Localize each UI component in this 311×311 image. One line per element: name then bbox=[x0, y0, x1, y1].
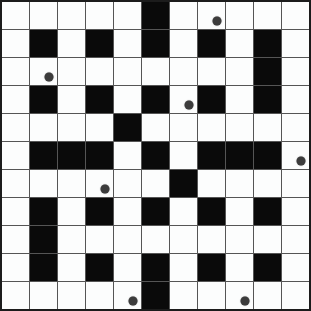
cell-r3c1[interactable] bbox=[2, 58, 29, 85]
cell-r2c3[interactable] bbox=[58, 30, 85, 57]
cell-r4c10 bbox=[254, 86, 281, 113]
cell-r4c8 bbox=[198, 86, 225, 113]
cell-r8c3[interactable] bbox=[58, 198, 85, 225]
cell-r2c4 bbox=[86, 30, 113, 57]
cell-r1c8[interactable] bbox=[198, 2, 225, 29]
cell-r1c2[interactable] bbox=[30, 2, 57, 29]
cell-r6c4 bbox=[86, 142, 113, 169]
cell-r4c1[interactable] bbox=[2, 86, 29, 113]
cell-r10c4 bbox=[86, 254, 113, 281]
cell-r7c11[interactable] bbox=[282, 170, 309, 197]
cell-r6c8 bbox=[198, 142, 225, 169]
cell-r1c7[interactable] bbox=[170, 2, 197, 29]
cell-r8c9[interactable] bbox=[226, 198, 253, 225]
cell-r11c4[interactable] bbox=[86, 282, 113, 309]
cell-r2c7[interactable] bbox=[170, 30, 197, 57]
cell-r6c3 bbox=[58, 142, 85, 169]
cell-r5c10[interactable] bbox=[254, 114, 281, 141]
cell-r11c3[interactable] bbox=[58, 282, 85, 309]
cell-r2c2 bbox=[30, 30, 57, 57]
cell-r5c8[interactable] bbox=[198, 114, 225, 141]
cell-r3c2[interactable] bbox=[30, 58, 57, 85]
cell-r1c1[interactable] bbox=[2, 2, 29, 29]
cell-r1c10[interactable] bbox=[254, 2, 281, 29]
cell-r5c1[interactable] bbox=[2, 114, 29, 141]
cell-r6c7[interactable] bbox=[170, 142, 197, 169]
cell-r6c6 bbox=[142, 142, 169, 169]
circle-dot-marker bbox=[212, 17, 221, 26]
cell-r7c2[interactable] bbox=[30, 170, 57, 197]
cell-r3c4[interactable] bbox=[86, 58, 113, 85]
cell-r6c11[interactable] bbox=[282, 142, 309, 169]
cell-r9c11[interactable] bbox=[282, 226, 309, 253]
cell-r4c11[interactable] bbox=[282, 86, 309, 113]
cell-r2c9[interactable] bbox=[226, 30, 253, 57]
cell-r1c9[interactable] bbox=[226, 2, 253, 29]
cell-r4c7[interactable] bbox=[170, 86, 197, 113]
cell-r5c6[interactable] bbox=[142, 114, 169, 141]
cell-r2c6 bbox=[142, 30, 169, 57]
cell-r2c5[interactable] bbox=[114, 30, 141, 57]
cell-r10c7[interactable] bbox=[170, 254, 197, 281]
cell-r9c7[interactable] bbox=[170, 226, 197, 253]
cell-r6c10 bbox=[254, 142, 281, 169]
cell-r8c2 bbox=[30, 198, 57, 225]
cell-r4c2 bbox=[30, 86, 57, 113]
cell-r7c7 bbox=[170, 170, 197, 197]
cell-r10c9[interactable] bbox=[226, 254, 253, 281]
cell-r9c5[interactable] bbox=[114, 226, 141, 253]
cell-r4c4 bbox=[86, 86, 113, 113]
cell-r11c1[interactable] bbox=[2, 282, 29, 309]
cell-r10c2 bbox=[30, 254, 57, 281]
crossword-grid bbox=[0, 0, 311, 311]
cell-r10c6 bbox=[142, 254, 169, 281]
cell-r4c3[interactable] bbox=[58, 86, 85, 113]
puzzle-board bbox=[0, 0, 311, 311]
cell-r5c2[interactable] bbox=[30, 114, 57, 141]
cell-r9c1[interactable] bbox=[2, 226, 29, 253]
cell-r5c4[interactable] bbox=[86, 114, 113, 141]
cell-r9c6[interactable] bbox=[142, 226, 169, 253]
cell-r8c6 bbox=[142, 198, 169, 225]
cell-r6c2 bbox=[30, 142, 57, 169]
cell-r11c9[interactable] bbox=[226, 282, 253, 309]
cell-r8c7[interactable] bbox=[170, 198, 197, 225]
cell-r4c6 bbox=[142, 86, 169, 113]
cell-r10c1[interactable] bbox=[2, 254, 29, 281]
cell-r2c11[interactable] bbox=[282, 30, 309, 57]
cell-r8c4 bbox=[86, 198, 113, 225]
cell-r5c5 bbox=[114, 114, 141, 141]
cell-r5c11[interactable] bbox=[282, 114, 309, 141]
cell-r3c9[interactable] bbox=[226, 58, 253, 85]
cell-r9c8[interactable] bbox=[198, 226, 225, 253]
cell-r6c5[interactable] bbox=[114, 142, 141, 169]
cell-r7c5[interactable] bbox=[114, 170, 141, 197]
cell-r5c7[interactable] bbox=[170, 114, 197, 141]
circle-dot-marker bbox=[296, 157, 305, 166]
cell-r7c6[interactable] bbox=[142, 170, 169, 197]
cell-r9c9[interactable] bbox=[226, 226, 253, 253]
cell-r4c9[interactable] bbox=[226, 86, 253, 113]
cell-r3c7[interactable] bbox=[170, 58, 197, 85]
cell-r9c3[interactable] bbox=[58, 226, 85, 253]
cell-r3c11[interactable] bbox=[282, 58, 309, 85]
cell-r11c2[interactable] bbox=[30, 282, 57, 309]
cell-r3c3[interactable] bbox=[58, 58, 85, 85]
cell-r5c9[interactable] bbox=[226, 114, 253, 141]
cell-r6c1[interactable] bbox=[2, 142, 29, 169]
cell-r7c3[interactable] bbox=[58, 170, 85, 197]
cell-r11c7[interactable] bbox=[170, 282, 197, 309]
cell-r2c10 bbox=[254, 30, 281, 57]
cell-r1c11[interactable] bbox=[282, 2, 309, 29]
cell-r10c11[interactable] bbox=[282, 254, 309, 281]
cell-r2c1[interactable] bbox=[2, 30, 29, 57]
cell-r7c1[interactable] bbox=[2, 170, 29, 197]
cell-r7c10[interactable] bbox=[254, 170, 281, 197]
cell-r8c1[interactable] bbox=[2, 198, 29, 225]
cell-r11c10[interactable] bbox=[254, 282, 281, 309]
cell-r3c5[interactable] bbox=[114, 58, 141, 85]
cell-r10c10 bbox=[254, 254, 281, 281]
cell-r9c2 bbox=[30, 226, 57, 253]
cell-r3c10 bbox=[254, 58, 281, 85]
circle-dot-marker bbox=[100, 185, 109, 194]
cell-r1c6 bbox=[142, 2, 169, 29]
cell-r9c4[interactable] bbox=[86, 226, 113, 253]
cell-r7c8[interactable] bbox=[198, 170, 225, 197]
cell-r2c8 bbox=[198, 30, 225, 57]
cell-r10c3[interactable] bbox=[58, 254, 85, 281]
circle-dot-marker bbox=[44, 73, 53, 82]
cell-r8c10 bbox=[254, 198, 281, 225]
cell-r4c5[interactable] bbox=[114, 86, 141, 113]
circle-dot-marker bbox=[240, 297, 249, 306]
cell-r11c8[interactable] bbox=[198, 282, 225, 309]
cell-r1c5[interactable] bbox=[114, 2, 141, 29]
cell-r11c6 bbox=[142, 282, 169, 309]
cell-r1c3[interactable] bbox=[58, 2, 85, 29]
circle-dot-marker bbox=[128, 297, 137, 306]
cell-r11c11[interactable] bbox=[282, 282, 309, 309]
cell-r6c9 bbox=[226, 142, 253, 169]
circle-dot-marker bbox=[184, 101, 193, 110]
cell-r8c8 bbox=[198, 198, 225, 225]
cell-r8c11[interactable] bbox=[282, 198, 309, 225]
cell-r3c8[interactable] bbox=[198, 58, 225, 85]
cell-r11c5[interactable] bbox=[114, 282, 141, 309]
cell-r1c4[interactable] bbox=[86, 2, 113, 29]
cell-r7c4[interactable] bbox=[86, 170, 113, 197]
cell-r3c6[interactable] bbox=[142, 58, 169, 85]
cell-r5c3[interactable] bbox=[58, 114, 85, 141]
cell-r9c10[interactable] bbox=[254, 226, 281, 253]
cell-r10c8 bbox=[198, 254, 225, 281]
cell-r8c5[interactable] bbox=[114, 198, 141, 225]
cell-r7c9[interactable] bbox=[226, 170, 253, 197]
cell-r10c5[interactable] bbox=[114, 254, 141, 281]
